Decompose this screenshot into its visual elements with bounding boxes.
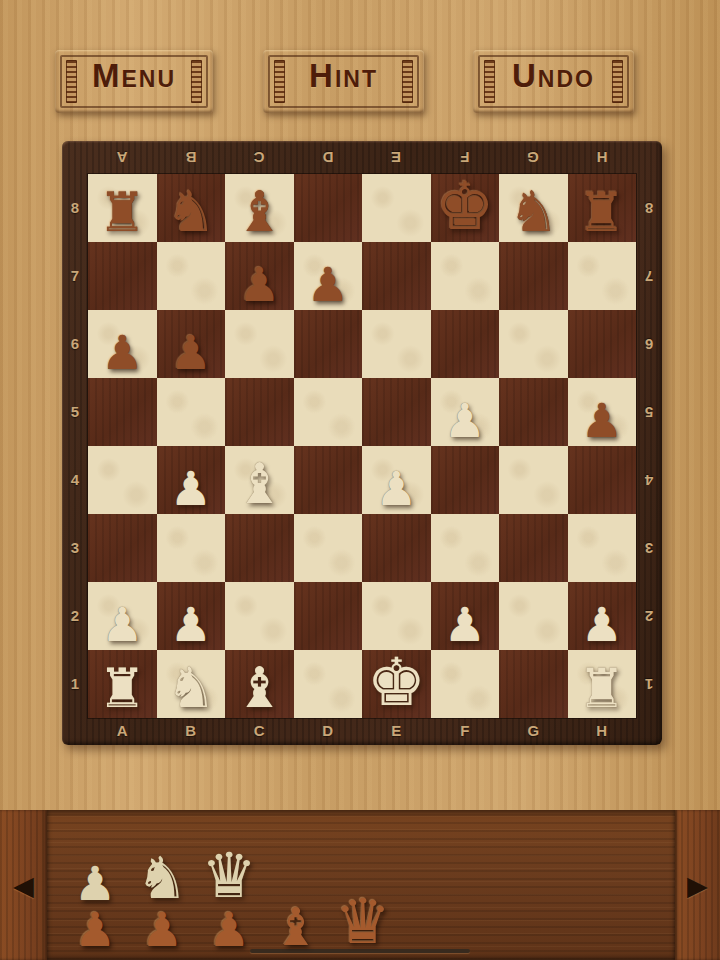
file-label-top-e: E <box>386 147 406 167</box>
tray-scroll-right-button[interactable]: ▶ <box>675 810 720 960</box>
captured-brown-pawn: ♟ <box>208 906 250 953</box>
chess-board-frame: ♜♞♝♚♞♜♟♟♟♟♟♟♟♝♟♟♟♟♟♜♞♝♚♜AABBCCDDEEFFGGHH… <box>62 141 662 745</box>
square-d5[interactable] <box>294 378 363 446</box>
rank-label-right-3: 3 <box>639 538 659 558</box>
square-d1[interactable] <box>294 650 363 718</box>
piece-wB-c4[interactable]: ♝ <box>225 424 294 514</box>
rank-label-right-5: 5 <box>639 402 659 422</box>
piece-bP-b6[interactable]: ♟ <box>157 288 226 378</box>
piece-bP-c7[interactable]: ♟ <box>225 220 294 310</box>
square-e7[interactable] <box>362 242 431 310</box>
square-h4[interactable] <box>568 446 637 514</box>
square-c6[interactable] <box>225 310 294 378</box>
captured-brown-bishop: ♝ <box>273 901 320 953</box>
chess-app-screen: Menu Hint Undo ♜♞♝♚♞♜♟♟♟♟♟♟♟♝♟♟♟♟♟♜♞♝♚♜A… <box>0 0 720 960</box>
file-label-top-d: D <box>318 147 338 167</box>
square-e8[interactable] <box>362 174 431 242</box>
piece-wR-a1[interactable]: ♜ <box>88 628 157 718</box>
rank-label-left-4: 4 <box>65 470 85 490</box>
captured-brown-pawn: ♟ <box>74 906 116 953</box>
square-g3[interactable] <box>499 514 568 582</box>
square-g1[interactable] <box>499 650 568 718</box>
rank-label-right-2: 2 <box>639 606 659 626</box>
menu-button[interactable]: Menu <box>55 50 213 113</box>
captured-white-queen: ♛ <box>201 845 257 907</box>
square-g6[interactable] <box>499 310 568 378</box>
piece-wP-e4[interactable]: ♟ <box>362 424 431 514</box>
square-c3[interactable] <box>225 514 294 582</box>
square-f7[interactable] <box>431 242 500 310</box>
left-arrow-icon: ◀ <box>13 870 34 901</box>
square-f4[interactable] <box>431 446 500 514</box>
square-g2[interactable] <box>499 582 568 650</box>
file-label-bottom-e: E <box>386 721 406 741</box>
file-label-bottom-a: A <box>112 721 132 741</box>
square-g5[interactable] <box>499 378 568 446</box>
rank-label-left-7: 7 <box>65 266 85 286</box>
file-label-bottom-c: C <box>249 721 269 741</box>
undo-button[interactable]: Undo <box>473 50 634 113</box>
rank-label-right-4: 4 <box>639 470 659 490</box>
rank-label-left-5: 5 <box>65 402 85 422</box>
square-d6[interactable] <box>294 310 363 378</box>
piece-wP-f5[interactable]: ♟ <box>431 356 500 446</box>
piece-wB-c1[interactable]: ♝ <box>225 628 294 718</box>
file-label-bottom-h: H <box>592 721 612 741</box>
hint-button-label: Hint <box>263 57 424 95</box>
rank-label-left-2: 2 <box>65 606 85 626</box>
piece-bP-d7[interactable]: ♟ <box>294 220 363 310</box>
undo-button-label: Undo <box>473 57 634 95</box>
rank-label-left-6: 6 <box>65 334 85 354</box>
square-g7[interactable] <box>499 242 568 310</box>
rank-label-left-3: 3 <box>65 538 85 558</box>
hint-button[interactable]: Hint <box>263 50 424 113</box>
file-label-bottom-g: G <box>523 721 543 741</box>
captured-pieces-tray: ◀ ▶ ♟♞♛♟♟♟♝♛ <box>0 780 720 960</box>
tray-scroll-left-button[interactable]: ◀ <box>0 810 47 960</box>
piece-bN-g8[interactable]: ♞ <box>499 152 568 242</box>
rank-label-right-6: 6 <box>639 334 659 354</box>
piece-bR-a8[interactable]: ♜ <box>88 152 157 242</box>
square-e3[interactable] <box>362 514 431 582</box>
rank-label-left-1: 1 <box>65 674 85 694</box>
file-label-bottom-f: F <box>455 721 475 741</box>
rank-label-right-1: 1 <box>639 674 659 694</box>
piece-bP-h5[interactable]: ♟ <box>568 356 637 446</box>
right-arrow-icon: ▶ <box>687 870 708 901</box>
piece-bR-h8[interactable]: ♜ <box>568 152 637 242</box>
rank-label-left-8: 8 <box>65 198 85 218</box>
piece-wP-b4[interactable]: ♟ <box>157 424 226 514</box>
captured-brown-queen: ♛ <box>335 891 391 953</box>
file-label-bottom-d: D <box>318 721 338 741</box>
rank-label-right-8: 8 <box>639 198 659 218</box>
button-ornament-right <box>402 60 413 103</box>
square-e6[interactable] <box>362 310 431 378</box>
square-a5[interactable] <box>88 378 157 446</box>
square-f1[interactable] <box>431 650 500 718</box>
button-ornament-right <box>612 60 623 103</box>
captured-white-knight: ♞ <box>136 849 188 907</box>
piece-bK-f8[interactable]: ♚ <box>431 152 500 242</box>
piece-wR-h1[interactable]: ♜ <box>568 628 637 718</box>
square-d2[interactable] <box>294 582 363 650</box>
square-a4[interactable] <box>88 446 157 514</box>
square-h7[interactable] <box>568 242 637 310</box>
square-d4[interactable] <box>294 446 363 514</box>
rank-label-right-7: 7 <box>639 266 659 286</box>
piece-bN-b8[interactable]: ♞ <box>157 152 226 242</box>
captured-brown-pawn: ♟ <box>141 906 183 953</box>
square-g4[interactable] <box>499 446 568 514</box>
piece-bP-a6[interactable]: ♟ <box>88 288 157 378</box>
piece-wN-b1[interactable]: ♞ <box>157 628 226 718</box>
piece-wK-e1[interactable]: ♚ <box>362 628 431 718</box>
button-ornament-right <box>191 60 202 103</box>
piece-wP-f2[interactable]: ♟ <box>431 560 500 650</box>
menu-button-label: Menu <box>55 57 213 95</box>
file-label-bottom-b: B <box>181 721 201 741</box>
captured-white-pawn: ♟ <box>74 860 116 907</box>
square-d3[interactable] <box>294 514 363 582</box>
